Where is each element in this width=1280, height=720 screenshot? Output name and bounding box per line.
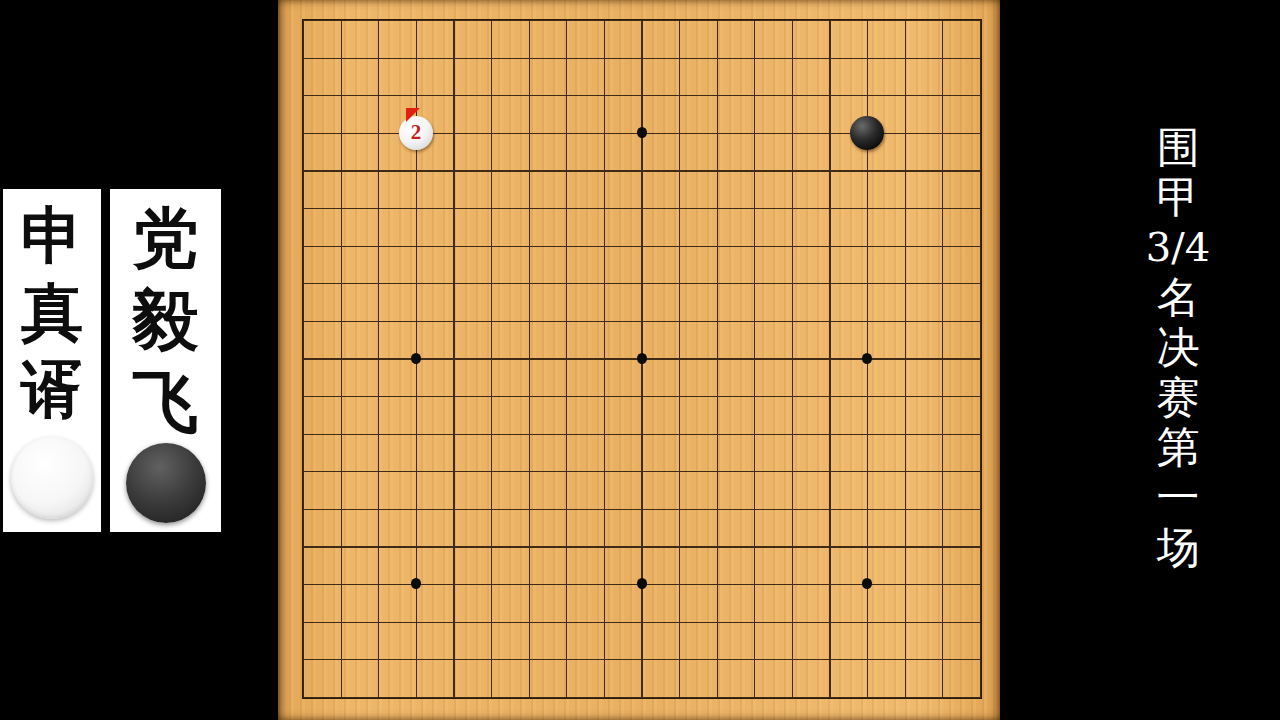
star-point — [862, 353, 872, 364]
go-board-grid[interactable]: 2 — [285, 1, 999, 715]
caption-char: 围 — [1157, 122, 1200, 172]
caption-char: 赛 — [1157, 372, 1200, 422]
star-point — [637, 127, 647, 138]
player-plates: 申真谞 党毅飞 — [3, 189, 221, 532]
caption-char: 甲 — [1157, 172, 1200, 222]
caption-char: 名 — [1157, 272, 1200, 322]
black-player-name: 党毅飞 — [130, 197, 201, 443]
white-player-name: 申真谞 — [19, 197, 86, 428]
white-stone-d16[interactable]: 2 — [399, 116, 433, 150]
star-point — [637, 353, 647, 364]
player-plate-white: 申真谞 — [3, 189, 101, 532]
go-board[interactable]: 2 — [278, 0, 1000, 720]
star-point — [637, 578, 647, 589]
star-point — [411, 353, 421, 364]
star-point — [862, 578, 872, 589]
star-point — [411, 578, 421, 589]
caption-char: 场 — [1157, 522, 1200, 572]
caption-char: 3/4 — [1146, 222, 1210, 272]
player-plate-black: 党毅飞 — [110, 189, 221, 532]
caption-char: 决 — [1157, 322, 1200, 372]
black-stone-icon — [126, 443, 206, 523]
caption-char: 一 — [1157, 472, 1200, 522]
screen: 2 申真谞 党毅飞 围 甲 3/4 名 决 赛 第 一 场 — [0, 0, 1280, 720]
last-move-marker-icon — [406, 108, 420, 122]
black-stone-q16[interactable] — [850, 116, 884, 150]
caption-char: 第 — [1157, 422, 1200, 472]
event-caption: 围 甲 3/4 名 决 赛 第 一 场 — [1118, 122, 1238, 572]
white-stone-icon — [11, 437, 93, 519]
